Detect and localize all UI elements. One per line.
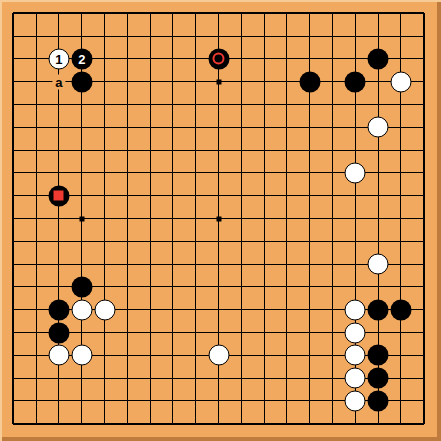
- intersection-T5[interactable]: [412, 321, 435, 344]
- intersection-M14[interactable]: [253, 116, 276, 139]
- intersection-O9[interactable]: [298, 230, 321, 253]
- intersection-P11[interactable]: [321, 184, 344, 207]
- intersection-K17[interactable]: [207, 48, 230, 71]
- intersection-J9[interactable]: [184, 230, 207, 253]
- intersection-B9[interactable]: [25, 230, 48, 253]
- intersection-K11[interactable]: [207, 184, 230, 207]
- intersection-P18[interactable]: [321, 25, 344, 48]
- intersection-H6[interactable]: [162, 298, 185, 321]
- intersection-S1[interactable]: [390, 412, 413, 435]
- intersection-F6[interactable]: [116, 298, 139, 321]
- intersection-B3[interactable]: [25, 367, 48, 390]
- intersection-G1[interactable]: [139, 412, 162, 435]
- intersection-A18[interactable]: [2, 25, 25, 48]
- intersection-F7[interactable]: [116, 276, 139, 299]
- intersection-O10[interactable]: [298, 207, 321, 230]
- intersection-Q2[interactable]: [344, 390, 367, 413]
- intersection-K15[interactable]: [207, 93, 230, 116]
- intersection-N18[interactable]: [276, 25, 299, 48]
- intersection-N5[interactable]: [276, 321, 299, 344]
- intersection-E8[interactable]: [93, 253, 116, 276]
- intersection-C13[interactable]: [48, 139, 71, 162]
- intersection-J4[interactable]: [184, 344, 207, 367]
- intersection-H12[interactable]: [162, 162, 185, 185]
- intersection-Q19[interactable]: [344, 2, 367, 25]
- intersection-J10[interactable]: [184, 207, 207, 230]
- intersection-T18[interactable]: [412, 25, 435, 48]
- intersection-F19[interactable]: [116, 2, 139, 25]
- intersection-H10[interactable]: [162, 207, 185, 230]
- intersection-S7[interactable]: [390, 276, 413, 299]
- intersection-Q12[interactable]: [344, 162, 367, 185]
- intersection-L17[interactable]: [230, 48, 253, 71]
- intersection-N7[interactable]: [276, 276, 299, 299]
- intersection-F1[interactable]: [116, 412, 139, 435]
- intersection-G3[interactable]: [139, 367, 162, 390]
- intersection-G8[interactable]: [139, 253, 162, 276]
- intersection-P15[interactable]: [321, 93, 344, 116]
- intersection-Q7[interactable]: [344, 276, 367, 299]
- intersection-M1[interactable]: [253, 412, 276, 435]
- intersection-F3[interactable]: [116, 367, 139, 390]
- intersection-O5[interactable]: [298, 321, 321, 344]
- intersection-H2[interactable]: [162, 390, 185, 413]
- intersection-F5[interactable]: [116, 321, 139, 344]
- intersection-K10[interactable]: [207, 207, 230, 230]
- intersection-S9[interactable]: [390, 230, 413, 253]
- intersection-K7[interactable]: [207, 276, 230, 299]
- intersection-R6[interactable]: [367, 298, 390, 321]
- intersection-Q6[interactable]: [344, 298, 367, 321]
- intersection-A7[interactable]: [2, 276, 25, 299]
- intersection-S4[interactable]: [390, 344, 413, 367]
- intersection-O16[interactable]: [298, 70, 321, 93]
- intersection-P4[interactable]: [321, 344, 344, 367]
- intersection-F13[interactable]: [116, 139, 139, 162]
- intersection-A11[interactable]: [2, 184, 25, 207]
- intersection-L11[interactable]: [230, 184, 253, 207]
- intersection-C19[interactable]: [48, 2, 71, 25]
- intersection-B16[interactable]: [25, 70, 48, 93]
- intersection-K5[interactable]: [207, 321, 230, 344]
- intersection-A14[interactable]: [2, 116, 25, 139]
- intersection-R13[interactable]: [367, 139, 390, 162]
- intersection-S17[interactable]: [390, 48, 413, 71]
- intersection-A13[interactable]: [2, 139, 25, 162]
- intersection-J16[interactable]: [184, 70, 207, 93]
- intersection-L14[interactable]: [230, 116, 253, 139]
- intersection-T2[interactable]: [412, 390, 435, 413]
- intersection-O14[interactable]: [298, 116, 321, 139]
- intersection-S11[interactable]: [390, 184, 413, 207]
- intersection-C10[interactable]: [48, 207, 71, 230]
- intersection-O8[interactable]: [298, 253, 321, 276]
- intersection-B11[interactable]: [25, 184, 48, 207]
- intersection-O2[interactable]: [298, 390, 321, 413]
- intersection-M16[interactable]: [253, 70, 276, 93]
- intersection-P3[interactable]: [321, 367, 344, 390]
- intersection-H7[interactable]: [162, 276, 185, 299]
- intersection-Q15[interactable]: [344, 93, 367, 116]
- intersection-E1[interactable]: [93, 412, 116, 435]
- intersection-F12[interactable]: [116, 162, 139, 185]
- intersection-S19[interactable]: [390, 2, 413, 25]
- intersection-N12[interactable]: [276, 162, 299, 185]
- intersection-J17[interactable]: [184, 48, 207, 71]
- intersection-K16[interactable]: [207, 70, 230, 93]
- intersection-P6[interactable]: [321, 298, 344, 321]
- intersection-D10[interactable]: [70, 207, 93, 230]
- intersection-E6[interactable]: [93, 298, 116, 321]
- intersection-Q14[interactable]: [344, 116, 367, 139]
- intersection-T11[interactable]: [412, 184, 435, 207]
- intersection-T12[interactable]: [412, 162, 435, 185]
- intersection-J8[interactable]: [184, 253, 207, 276]
- intersection-B13[interactable]: [25, 139, 48, 162]
- intersection-N4[interactable]: [276, 344, 299, 367]
- intersection-R2[interactable]: [367, 390, 390, 413]
- intersection-J2[interactable]: [184, 390, 207, 413]
- intersection-A4[interactable]: [2, 344, 25, 367]
- intersection-C6[interactable]: [48, 298, 71, 321]
- intersection-K3[interactable]: [207, 367, 230, 390]
- intersection-G13[interactable]: [139, 139, 162, 162]
- intersection-N11[interactable]: [276, 184, 299, 207]
- intersection-S3[interactable]: [390, 367, 413, 390]
- intersection-E5[interactable]: [93, 321, 116, 344]
- intersection-T13[interactable]: [412, 139, 435, 162]
- intersection-H19[interactable]: [162, 2, 185, 25]
- intersection-C9[interactable]: [48, 230, 71, 253]
- intersection-A1[interactable]: [2, 412, 25, 435]
- intersection-M17[interactable]: [253, 48, 276, 71]
- intersection-L18[interactable]: [230, 25, 253, 48]
- intersection-D18[interactable]: [70, 25, 93, 48]
- intersection-S16[interactable]: [390, 70, 413, 93]
- intersection-B5[interactable]: [25, 321, 48, 344]
- intersection-R15[interactable]: [367, 93, 390, 116]
- intersection-B2[interactable]: [25, 390, 48, 413]
- intersection-C4[interactable]: [48, 344, 71, 367]
- intersection-H14[interactable]: [162, 116, 185, 139]
- intersection-Q8[interactable]: [344, 253, 367, 276]
- intersection-B6[interactable]: [25, 298, 48, 321]
- intersection-L3[interactable]: [230, 367, 253, 390]
- intersection-O15[interactable]: [298, 93, 321, 116]
- intersection-S6[interactable]: [390, 298, 413, 321]
- intersection-H9[interactable]: [162, 230, 185, 253]
- intersection-J12[interactable]: [184, 162, 207, 185]
- intersection-T3[interactable]: [412, 367, 435, 390]
- intersection-K13[interactable]: [207, 139, 230, 162]
- intersection-H4[interactable]: [162, 344, 185, 367]
- intersection-A17[interactable]: [2, 48, 25, 71]
- intersection-C15[interactable]: [48, 93, 71, 116]
- intersection-L15[interactable]: [230, 93, 253, 116]
- intersection-S13[interactable]: [390, 139, 413, 162]
- intersection-O6[interactable]: [298, 298, 321, 321]
- intersection-G9[interactable]: [139, 230, 162, 253]
- intersection-C12[interactable]: [48, 162, 71, 185]
- intersection-T17[interactable]: [412, 48, 435, 71]
- intersection-F15[interactable]: [116, 93, 139, 116]
- intersection-E10[interactable]: [93, 207, 116, 230]
- intersection-H16[interactable]: [162, 70, 185, 93]
- intersection-R4[interactable]: [367, 344, 390, 367]
- intersection-L4[interactable]: [230, 344, 253, 367]
- intersection-P9[interactable]: [321, 230, 344, 253]
- intersection-O19[interactable]: [298, 2, 321, 25]
- intersection-D7[interactable]: [70, 276, 93, 299]
- intersection-L10[interactable]: [230, 207, 253, 230]
- intersection-A5[interactable]: [2, 321, 25, 344]
- intersection-O3[interactable]: [298, 367, 321, 390]
- intersection-M6[interactable]: [253, 298, 276, 321]
- intersection-D1[interactable]: [70, 412, 93, 435]
- intersection-D6[interactable]: [70, 298, 93, 321]
- intersection-C3[interactable]: [48, 367, 71, 390]
- intersection-J11[interactable]: [184, 184, 207, 207]
- intersection-A12[interactable]: [2, 162, 25, 185]
- intersection-N10[interactable]: [276, 207, 299, 230]
- intersection-F9[interactable]: [116, 230, 139, 253]
- intersection-M10[interactable]: [253, 207, 276, 230]
- intersection-P7[interactable]: [321, 276, 344, 299]
- intersection-P16[interactable]: [321, 70, 344, 93]
- intersection-C8[interactable]: [48, 253, 71, 276]
- intersection-S14[interactable]: [390, 116, 413, 139]
- intersection-Q1[interactable]: [344, 412, 367, 435]
- intersection-F2[interactable]: [116, 390, 139, 413]
- intersection-A9[interactable]: [2, 230, 25, 253]
- intersection-T7[interactable]: [412, 276, 435, 299]
- intersection-S15[interactable]: [390, 93, 413, 116]
- intersection-C2[interactable]: [48, 390, 71, 413]
- intersection-A16[interactable]: [2, 70, 25, 93]
- intersection-D2[interactable]: [70, 390, 93, 413]
- intersection-O18[interactable]: [298, 25, 321, 48]
- intersection-Q17[interactable]: [344, 48, 367, 71]
- intersection-J19[interactable]: [184, 2, 207, 25]
- intersection-Q3[interactable]: [344, 367, 367, 390]
- intersection-Q16[interactable]: [344, 70, 367, 93]
- intersection-L9[interactable]: [230, 230, 253, 253]
- intersection-H8[interactable]: [162, 253, 185, 276]
- intersection-J6[interactable]: [184, 298, 207, 321]
- intersection-J14[interactable]: [184, 116, 207, 139]
- intersection-J13[interactable]: [184, 139, 207, 162]
- intersection-A3[interactable]: [2, 367, 25, 390]
- intersection-G7[interactable]: [139, 276, 162, 299]
- intersection-D3[interactable]: [70, 367, 93, 390]
- intersection-O1[interactable]: [298, 412, 321, 435]
- intersection-D8[interactable]: [70, 253, 93, 276]
- intersection-T15[interactable]: [412, 93, 435, 116]
- intersection-R18[interactable]: [367, 25, 390, 48]
- intersection-K1[interactable]: [207, 412, 230, 435]
- intersection-P12[interactable]: [321, 162, 344, 185]
- intersection-C1[interactable]: [48, 412, 71, 435]
- intersection-B19[interactable]: [25, 2, 48, 25]
- intersection-K6[interactable]: [207, 298, 230, 321]
- intersection-B12[interactable]: [25, 162, 48, 185]
- intersection-Q4[interactable]: [344, 344, 367, 367]
- intersection-M15[interactable]: [253, 93, 276, 116]
- intersection-H3[interactable]: [162, 367, 185, 390]
- intersection-P13[interactable]: [321, 139, 344, 162]
- intersection-E11[interactable]: [93, 184, 116, 207]
- intersection-E13[interactable]: [93, 139, 116, 162]
- intersection-R10[interactable]: [367, 207, 390, 230]
- intersection-C17[interactable]: 1: [48, 48, 71, 71]
- intersection-R12[interactable]: [367, 162, 390, 185]
- intersection-E9[interactable]: [93, 230, 116, 253]
- intersection-E12[interactable]: [93, 162, 116, 185]
- intersection-O11[interactable]: [298, 184, 321, 207]
- intersection-S2[interactable]: [390, 390, 413, 413]
- intersection-A10[interactable]: [2, 207, 25, 230]
- intersection-G19[interactable]: [139, 2, 162, 25]
- intersection-E3[interactable]: [93, 367, 116, 390]
- intersection-R14[interactable]: [367, 116, 390, 139]
- intersection-N16[interactable]: [276, 70, 299, 93]
- intersection-M9[interactable]: [253, 230, 276, 253]
- intersection-N15[interactable]: [276, 93, 299, 116]
- intersection-G12[interactable]: [139, 162, 162, 185]
- intersection-N1[interactable]: [276, 412, 299, 435]
- intersection-S10[interactable]: [390, 207, 413, 230]
- intersection-J5[interactable]: [184, 321, 207, 344]
- intersection-H5[interactable]: [162, 321, 185, 344]
- intersection-B17[interactable]: [25, 48, 48, 71]
- intersection-R19[interactable]: [367, 2, 390, 25]
- intersection-H15[interactable]: [162, 93, 185, 116]
- intersection-R5[interactable]: [367, 321, 390, 344]
- intersection-C7[interactable]: [48, 276, 71, 299]
- intersection-E19[interactable]: [93, 2, 116, 25]
- intersection-T10[interactable]: [412, 207, 435, 230]
- intersection-D14[interactable]: [70, 116, 93, 139]
- intersection-N9[interactable]: [276, 230, 299, 253]
- intersection-G17[interactable]: [139, 48, 162, 71]
- intersection-G11[interactable]: [139, 184, 162, 207]
- intersection-D4[interactable]: [70, 344, 93, 367]
- intersection-Q9[interactable]: [344, 230, 367, 253]
- intersection-L1[interactable]: [230, 412, 253, 435]
- intersection-D9[interactable]: [70, 230, 93, 253]
- intersection-O4[interactable]: [298, 344, 321, 367]
- intersection-A2[interactable]: [2, 390, 25, 413]
- intersection-G2[interactable]: [139, 390, 162, 413]
- intersection-L6[interactable]: [230, 298, 253, 321]
- intersection-F8[interactable]: [116, 253, 139, 276]
- intersection-J1[interactable]: [184, 412, 207, 435]
- intersection-G18[interactable]: [139, 25, 162, 48]
- intersection-E14[interactable]: [93, 116, 116, 139]
- intersection-B14[interactable]: [25, 116, 48, 139]
- intersection-K8[interactable]: [207, 253, 230, 276]
- intersection-M11[interactable]: [253, 184, 276, 207]
- intersection-R16[interactable]: [367, 70, 390, 93]
- intersection-K9[interactable]: [207, 230, 230, 253]
- intersection-G16[interactable]: [139, 70, 162, 93]
- intersection-D11[interactable]: [70, 184, 93, 207]
- intersection-O7[interactable]: [298, 276, 321, 299]
- intersection-H17[interactable]: [162, 48, 185, 71]
- intersection-R3[interactable]: [367, 367, 390, 390]
- intersection-L13[interactable]: [230, 139, 253, 162]
- intersection-M3[interactable]: [253, 367, 276, 390]
- intersection-E2[interactable]: [93, 390, 116, 413]
- intersection-D15[interactable]: [70, 93, 93, 116]
- intersection-E4[interactable]: [93, 344, 116, 367]
- intersection-P5[interactable]: [321, 321, 344, 344]
- intersection-T6[interactable]: [412, 298, 435, 321]
- intersection-T16[interactable]: [412, 70, 435, 93]
- intersection-N3[interactable]: [276, 367, 299, 390]
- intersection-K14[interactable]: [207, 116, 230, 139]
- intersection-R17[interactable]: [367, 48, 390, 71]
- intersection-M12[interactable]: [253, 162, 276, 185]
- intersection-B8[interactable]: [25, 253, 48, 276]
- intersection-D19[interactable]: [70, 2, 93, 25]
- intersection-N8[interactable]: [276, 253, 299, 276]
- intersection-D5[interactable]: [70, 321, 93, 344]
- intersection-M19[interactable]: [253, 2, 276, 25]
- intersection-K19[interactable]: [207, 2, 230, 25]
- intersection-Q11[interactable]: [344, 184, 367, 207]
- intersection-B10[interactable]: [25, 207, 48, 230]
- intersection-C5[interactable]: [48, 321, 71, 344]
- intersection-F11[interactable]: [116, 184, 139, 207]
- intersection-R9[interactable]: [367, 230, 390, 253]
- intersection-H11[interactable]: [162, 184, 185, 207]
- intersection-D17[interactable]: 2: [70, 48, 93, 71]
- intersection-O17[interactable]: [298, 48, 321, 71]
- intersection-P2[interactable]: [321, 390, 344, 413]
- intersection-P14[interactable]: [321, 116, 344, 139]
- intersection-K18[interactable]: [207, 25, 230, 48]
- intersection-H13[interactable]: [162, 139, 185, 162]
- intersection-B4[interactable]: [25, 344, 48, 367]
- intersection-T1[interactable]: [412, 412, 435, 435]
- intersection-D16[interactable]: [70, 70, 93, 93]
- intersection-N2[interactable]: [276, 390, 299, 413]
- intersection-E15[interactable]: [93, 93, 116, 116]
- intersection-N14[interactable]: [276, 116, 299, 139]
- intersection-E17[interactable]: [93, 48, 116, 71]
- intersection-S5[interactable]: [390, 321, 413, 344]
- intersection-L7[interactable]: [230, 276, 253, 299]
- intersection-N17[interactable]: [276, 48, 299, 71]
- intersection-P1[interactable]: [321, 412, 344, 435]
- intersection-M18[interactable]: [253, 25, 276, 48]
- intersection-E18[interactable]: [93, 25, 116, 48]
- intersection-R11[interactable]: [367, 184, 390, 207]
- intersection-K4[interactable]: [207, 344, 230, 367]
- intersection-A6[interactable]: [2, 298, 25, 321]
- intersection-T8[interactable]: [412, 253, 435, 276]
- intersection-C11[interactable]: [48, 184, 71, 207]
- intersection-S18[interactable]: [390, 25, 413, 48]
- intersection-M7[interactable]: [253, 276, 276, 299]
- intersection-M5[interactable]: [253, 321, 276, 344]
- intersection-E16[interactable]: [93, 70, 116, 93]
- intersection-G6[interactable]: [139, 298, 162, 321]
- intersection-Q18[interactable]: [344, 25, 367, 48]
- intersection-C18[interactable]: [48, 25, 71, 48]
- intersection-E7[interactable]: [93, 276, 116, 299]
